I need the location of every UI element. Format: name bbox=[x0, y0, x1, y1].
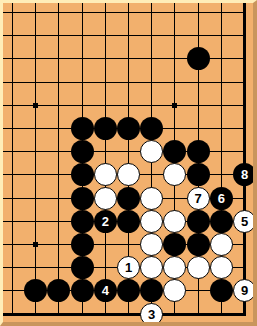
white-stone bbox=[140, 256, 163, 279]
white-stone bbox=[210, 233, 233, 256]
white-stone bbox=[117, 163, 140, 186]
black-stone bbox=[140, 279, 163, 302]
black-stone bbox=[163, 233, 186, 256]
grid-line-horizontal bbox=[3, 12, 246, 13]
star-point bbox=[172, 103, 177, 108]
black-stone bbox=[210, 210, 233, 233]
black-stone bbox=[71, 210, 94, 233]
white-stone bbox=[163, 163, 186, 186]
white-stone bbox=[140, 140, 163, 163]
grid-line-horizontal bbox=[3, 82, 246, 83]
white-stone bbox=[94, 187, 117, 210]
black-stone bbox=[71, 163, 94, 186]
star-point bbox=[33, 242, 38, 247]
black-stone bbox=[117, 210, 140, 233]
black-stone-numbered: 8 bbox=[233, 163, 253, 186]
black-stone bbox=[117, 117, 140, 140]
black-stone-numbered: 6 bbox=[210, 187, 233, 210]
white-stone bbox=[163, 279, 186, 302]
black-stone bbox=[187, 140, 210, 163]
black-stone bbox=[71, 117, 94, 140]
white-stone bbox=[94, 163, 117, 186]
grid-line-horizontal bbox=[3, 35, 246, 36]
black-stone bbox=[117, 187, 140, 210]
black-stone bbox=[210, 279, 233, 302]
black-stone bbox=[117, 279, 140, 302]
grid-line-horizontal bbox=[3, 105, 246, 106]
black-stone bbox=[71, 279, 94, 302]
black-stone bbox=[71, 256, 94, 279]
white-stone-numbered: 1 bbox=[117, 256, 140, 279]
grid-line-vertical bbox=[35, 3, 36, 316]
black-stone bbox=[71, 233, 94, 256]
go-board: 876251493 bbox=[0, 0, 257, 326]
white-stone-numbered: 9 bbox=[233, 279, 253, 302]
star-point bbox=[33, 103, 38, 108]
black-stone bbox=[71, 187, 94, 210]
grid-line-vertical bbox=[105, 3, 106, 316]
white-stone bbox=[140, 210, 163, 233]
black-stone bbox=[163, 140, 186, 163]
black-stone bbox=[47, 279, 70, 302]
white-stone-numbered: 7 bbox=[187, 187, 210, 210]
white-stone bbox=[140, 187, 163, 210]
white-stone bbox=[187, 256, 210, 279]
black-stone bbox=[187, 47, 210, 70]
black-stone bbox=[71, 140, 94, 163]
white-stone bbox=[140, 233, 163, 256]
board-edge-line-right bbox=[243, 3, 246, 316]
black-stone bbox=[187, 163, 210, 186]
white-stone bbox=[163, 256, 186, 279]
black-stone bbox=[187, 233, 210, 256]
black-stone bbox=[94, 117, 117, 140]
white-stone bbox=[210, 256, 233, 279]
black-stone bbox=[24, 279, 47, 302]
go-diagram: 876251493 bbox=[0, 0, 257, 326]
white-stone-numbered: 5 bbox=[233, 210, 253, 233]
grid-line-vertical bbox=[58, 3, 59, 316]
black-stone bbox=[187, 210, 210, 233]
go-board-grid: 876251493 bbox=[3, 3, 253, 322]
white-stone-numbered: 3 bbox=[140, 303, 163, 322]
black-stone-numbered: 2 bbox=[94, 210, 117, 233]
board-edge-line-bottom bbox=[3, 313, 246, 316]
grid-line-vertical bbox=[12, 3, 13, 316]
black-stone-numbered: 4 bbox=[94, 279, 117, 302]
black-stone bbox=[140, 117, 163, 140]
white-stone bbox=[163, 210, 186, 233]
